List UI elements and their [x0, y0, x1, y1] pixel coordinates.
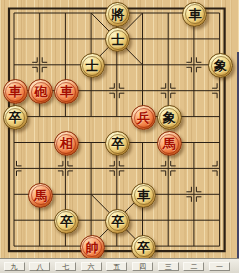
piece-black-elephant[interactable]: 象	[157, 105, 182, 130]
piece-black-soldier[interactable]: 卒	[105, 131, 130, 156]
file-label: 三	[158, 262, 179, 271]
file-label: 二	[183, 262, 204, 271]
piece-red-cannon[interactable]: 砲	[28, 79, 53, 104]
window-edge-strip	[237, 52, 239, 258]
file-label: 五	[106, 262, 127, 271]
xiangqi-game-screenshot: 將車士士象車砲車卒兵象相卒馬馬車卒卒帥卒 九八七六五四三二一	[0, 0, 239, 273]
file-label: 六	[81, 262, 102, 271]
piece-black-advisor[interactable]: 士	[80, 53, 105, 78]
piece-red-horse[interactable]: 馬	[157, 131, 182, 156]
piece-black-elephant[interactable]: 象	[208, 53, 233, 78]
piece-black-chariot[interactable]: 車	[131, 183, 156, 208]
piece-black-soldier[interactable]: 卒	[3, 105, 28, 130]
piece-red-general[interactable]: 帥	[80, 235, 105, 260]
piece-black-soldier[interactable]: 卒	[54, 209, 79, 234]
file-label: 七	[55, 262, 76, 271]
piece-red-chariot[interactable]: 車	[54, 79, 79, 104]
piece-red-soldier[interactable]: 兵	[131, 105, 156, 130]
file-label: 九	[4, 262, 25, 271]
file-label: 一	[209, 262, 230, 271]
piece-black-advisor[interactable]: 士	[105, 27, 130, 52]
piece-black-soldier[interactable]: 卒	[105, 209, 130, 234]
piece-black-general[interactable]: 將	[105, 2, 130, 27]
piece-red-chariot[interactable]: 車	[3, 79, 28, 104]
file-label: 四	[132, 262, 153, 271]
pieces-layer: 將車士士象車砲車卒兵象相卒馬馬車卒卒帥卒	[0, 0, 239, 273]
file-label: 八	[29, 262, 50, 271]
piece-red-elephant[interactable]: 相	[54, 131, 79, 156]
piece-black-soldier[interactable]: 卒	[131, 235, 156, 260]
file-label-bar: 九八七六五四三二一	[0, 258, 239, 273]
piece-black-chariot[interactable]: 車	[182, 2, 207, 27]
piece-red-horse[interactable]: 馬	[28, 183, 53, 208]
